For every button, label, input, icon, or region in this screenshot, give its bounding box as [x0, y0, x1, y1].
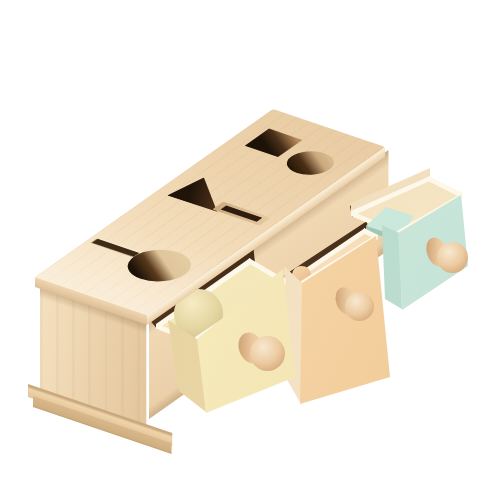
right-drawer-knob: [437, 242, 468, 273]
product-photo: [0, 0, 500, 500]
middle-drawer-knob: [345, 292, 374, 321]
left-drawer-knob: [250, 336, 285, 371]
